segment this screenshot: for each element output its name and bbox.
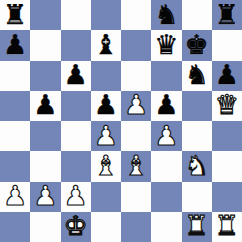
black-rook[interactable]: ♜ <box>3 1 27 28</box>
square-e2[interactable] <box>121 182 151 212</box>
square-a6[interactable] <box>0 61 30 91</box>
square-b4[interactable] <box>30 121 60 151</box>
square-b3[interactable] <box>30 151 60 181</box>
white-pawn[interactable]: ♟ <box>3 182 27 209</box>
black-queen[interactable]: ♛ <box>154 31 178 58</box>
white-knight[interactable]: ♞ <box>185 152 209 179</box>
square-f2[interactable] <box>151 182 181 212</box>
white-pawn[interactable]: ♟ <box>64 182 88 209</box>
square-c5[interactable] <box>61 91 91 121</box>
square-g4[interactable] <box>182 121 212 151</box>
square-g2[interactable] <box>182 182 212 212</box>
white-pawn[interactable]: ♟ <box>124 91 148 118</box>
square-c2[interactable]: ♟ <box>61 182 91 212</box>
square-b1[interactable] <box>30 212 60 242</box>
square-c1[interactable]: ♚ <box>61 212 91 242</box>
square-f5[interactable]: ♟ <box>151 91 181 121</box>
square-c4[interactable] <box>61 121 91 151</box>
square-f7[interactable]: ♛ <box>151 30 181 60</box>
square-a4[interactable] <box>0 121 30 151</box>
white-rook[interactable]: ♜ <box>215 212 239 239</box>
square-e6[interactable] <box>121 61 151 91</box>
square-c6[interactable]: ♟ <box>61 61 91 91</box>
square-d4[interactable]: ♟ <box>91 121 121 151</box>
square-h1[interactable]: ♜ <box>212 212 242 242</box>
white-pawn[interactable]: ♟ <box>33 182 57 209</box>
black-pawn[interactable]: ♟ <box>33 91 57 118</box>
square-d1[interactable] <box>91 212 121 242</box>
square-h8[interactable]: ♜ <box>212 0 242 30</box>
black-pawn[interactable]: ♟ <box>154 91 178 118</box>
square-g5[interactable] <box>182 91 212 121</box>
square-h6[interactable]: ♟ <box>212 61 242 91</box>
square-a8[interactable]: ♜ <box>0 0 30 30</box>
black-knight[interactable]: ♞ <box>185 61 209 88</box>
square-f1[interactable] <box>151 212 181 242</box>
square-e3[interactable]: ♝ <box>121 151 151 181</box>
chess-board: ♜♞♜♟♝♛♚♟♞♟♟♟♟♟♛♟♟♝♝♞♟♟♟♚♜♜ <box>0 0 242 242</box>
square-f8[interactable]: ♞ <box>151 0 181 30</box>
square-f4[interactable]: ♟ <box>151 121 181 151</box>
square-a7[interactable]: ♟ <box>0 30 30 60</box>
square-g8[interactable] <box>182 0 212 30</box>
square-a1[interactable] <box>0 212 30 242</box>
square-d8[interactable] <box>91 0 121 30</box>
white-pawn[interactable]: ♟ <box>94 122 118 149</box>
square-d2[interactable] <box>91 182 121 212</box>
square-b7[interactable] <box>30 30 60 60</box>
square-e7[interactable] <box>121 30 151 60</box>
black-pawn[interactable]: ♟ <box>215 61 239 88</box>
black-bishop[interactable]: ♝ <box>94 31 118 58</box>
white-pawn[interactable]: ♟ <box>154 122 178 149</box>
square-e4[interactable] <box>121 121 151 151</box>
square-g6[interactable]: ♞ <box>182 61 212 91</box>
square-d7[interactable]: ♝ <box>91 30 121 60</box>
square-b5[interactable]: ♟ <box>30 91 60 121</box>
square-b6[interactable] <box>30 61 60 91</box>
square-f6[interactable] <box>151 61 181 91</box>
square-b8[interactable] <box>30 0 60 30</box>
square-g1[interactable]: ♜ <box>182 212 212 242</box>
square-b2[interactable]: ♟ <box>30 182 60 212</box>
square-a3[interactable] <box>0 151 30 181</box>
square-a5[interactable] <box>0 91 30 121</box>
square-d5[interactable]: ♟ <box>91 91 121 121</box>
square-f3[interactable] <box>151 151 181 181</box>
white-king[interactable]: ♚ <box>64 212 88 239</box>
black-pawn[interactable]: ♟ <box>3 31 27 58</box>
white-bishop[interactable]: ♝ <box>124 152 148 179</box>
square-e8[interactable] <box>121 0 151 30</box>
square-h2[interactable] <box>212 182 242 212</box>
square-h3[interactable] <box>212 151 242 181</box>
white-queen[interactable]: ♛ <box>215 91 239 118</box>
square-g3[interactable]: ♞ <box>182 151 212 181</box>
square-d6[interactable] <box>91 61 121 91</box>
square-c7[interactable] <box>61 30 91 60</box>
square-e1[interactable] <box>121 212 151 242</box>
black-king[interactable]: ♚ <box>185 31 209 58</box>
square-a2[interactable]: ♟ <box>0 182 30 212</box>
square-g7[interactable]: ♚ <box>182 30 212 60</box>
square-e5[interactable]: ♟ <box>121 91 151 121</box>
square-c3[interactable] <box>61 151 91 181</box>
black-pawn[interactable]: ♟ <box>94 91 118 118</box>
black-rook[interactable]: ♜ <box>215 1 239 28</box>
white-rook[interactable]: ♜ <box>185 212 209 239</box>
square-d3[interactable]: ♝ <box>91 151 121 181</box>
square-c8[interactable] <box>61 0 91 30</box>
square-h7[interactable] <box>212 30 242 60</box>
square-h5[interactable]: ♛ <box>212 91 242 121</box>
square-h4[interactable] <box>212 121 242 151</box>
white-bishop[interactable]: ♝ <box>94 152 118 179</box>
black-knight[interactable]: ♞ <box>154 1 178 28</box>
black-pawn[interactable]: ♟ <box>64 61 88 88</box>
